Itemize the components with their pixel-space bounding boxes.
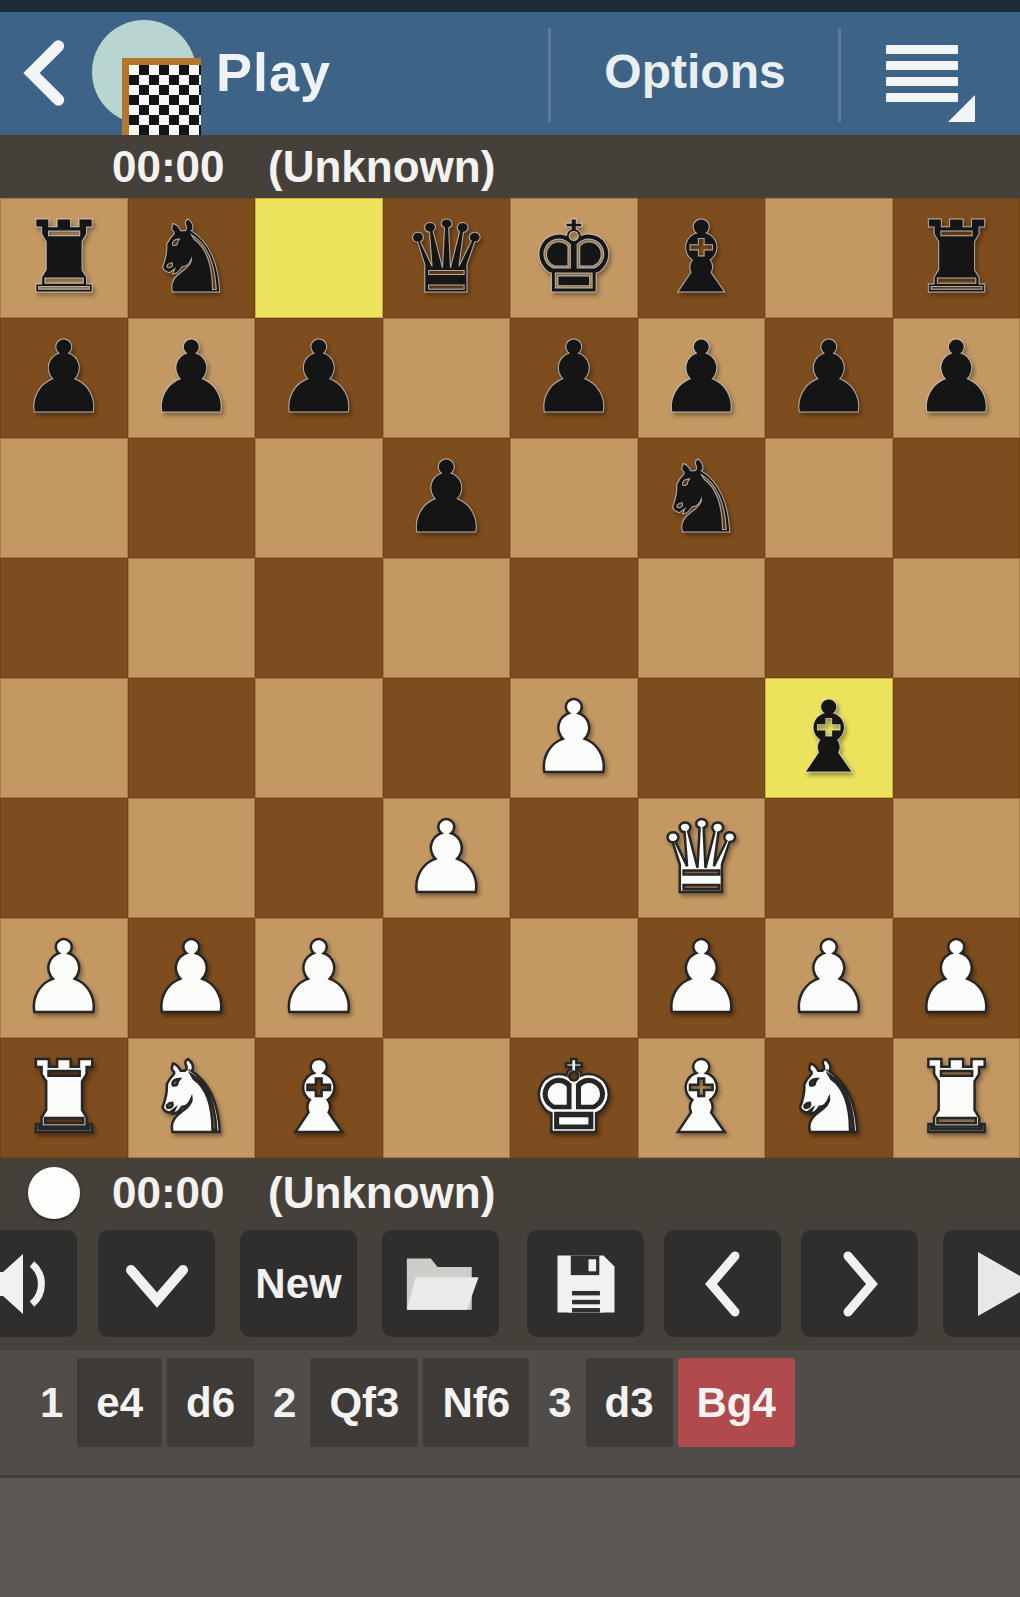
square-b1[interactable]: ♞ <box>128 1038 256 1158</box>
piece-white-knight: ♞ <box>784 1048 874 1148</box>
square-g4[interactable]: ♝ <box>765 678 893 798</box>
piece-black-bishop: ♝ <box>784 688 874 788</box>
piece-black-pawn: ♟ <box>529 328 619 428</box>
open-game-button[interactable] <box>382 1230 499 1337</box>
back-chevron-icon[interactable] <box>20 40 68 106</box>
square-b4[interactable] <box>128 678 256 798</box>
white-to-move-indicator <box>28 1167 80 1219</box>
play-icon <box>962 1244 1020 1324</box>
move-number-1: 1 <box>40 1358 63 1447</box>
square-f7[interactable]: ♟ <box>638 318 766 438</box>
piece-black-pawn: ♟ <box>911 328 1001 428</box>
piece-black-pawn: ♟ <box>146 328 236 428</box>
bottom-panel <box>0 1475 1020 1597</box>
white-player-clock-bar: 00:00 (Unknown) <box>0 1158 1020 1228</box>
piece-white-rook: ♜ <box>911 1048 1001 1148</box>
speaker-icon <box>0 1244 59 1324</box>
move-number-2: 2 <box>273 1358 296 1447</box>
square-a5[interactable] <box>0 558 128 678</box>
square-c5[interactable] <box>255 558 383 678</box>
square-c4[interactable] <box>255 678 383 798</box>
square-d1[interactable] <box>383 1038 511 1158</box>
black-player-name: (Unknown) <box>268 142 495 192</box>
square-h7[interactable]: ♟ <box>893 318 1020 438</box>
square-g1[interactable]: ♞ <box>765 1038 893 1158</box>
piece-black-pawn: ♟ <box>274 328 364 428</box>
checkerboard-logo-pattern <box>122 58 201 137</box>
square-a8[interactable]: ♜ <box>0 198 128 318</box>
square-a2[interactable]: ♟ <box>0 918 128 1038</box>
square-c8[interactable] <box>255 198 383 318</box>
square-f3[interactable]: ♛ <box>638 798 766 918</box>
square-a4[interactable] <box>0 678 128 798</box>
piece-white-king: ♚ <box>529 1048 619 1148</box>
square-d5[interactable] <box>383 558 511 678</box>
square-f6[interactable]: ♞ <box>638 438 766 558</box>
square-h4[interactable] <box>893 678 1020 798</box>
piece-black-pawn: ♟ <box>401 448 491 548</box>
square-e3[interactable] <box>510 798 638 918</box>
square-e4[interactable]: ♟ <box>510 678 638 798</box>
piece-black-pawn: ♟ <box>784 328 874 428</box>
square-g2[interactable]: ♟ <box>765 918 893 1038</box>
square-h2[interactable]: ♟ <box>893 918 1020 1038</box>
square-d4[interactable] <box>383 678 511 798</box>
piece-black-rook: ♜ <box>911 208 1001 308</box>
options-button[interactable]: Options <box>556 12 834 135</box>
square-g6[interactable] <box>765 438 893 558</box>
square-a1[interactable]: ♜ <box>0 1038 128 1158</box>
square-h5[interactable] <box>893 558 1020 678</box>
piece-black-king: ♚ <box>529 208 619 308</box>
square-f8[interactable]: ♝ <box>638 198 766 318</box>
page-title: Play <box>216 12 331 135</box>
piece-white-pawn: ♟ <box>656 928 746 1028</box>
piece-white-pawn: ♟ <box>274 928 364 1028</box>
app-bar: Play Options <box>0 12 1020 135</box>
square-e1[interactable]: ♚ <box>510 1038 638 1158</box>
square-c1[interactable]: ♝ <box>255 1038 383 1158</box>
piece-white-pawn: ♟ <box>146 928 236 1028</box>
square-f5[interactable] <box>638 558 766 678</box>
autoplay-button[interactable] <box>943 1230 1020 1337</box>
floppy-save-icon <box>548 1246 624 1322</box>
square-h6[interactable] <box>893 438 1020 558</box>
square-h8[interactable]: ♜ <box>893 198 1020 318</box>
square-g7[interactable]: ♟ <box>765 318 893 438</box>
save-game-button[interactable] <box>527 1230 644 1337</box>
square-h3[interactable] <box>893 798 1020 918</box>
square-g5[interactable] <box>765 558 893 678</box>
move-d3[interactable]: d3 <box>586 1358 673 1447</box>
square-d2[interactable] <box>383 918 511 1038</box>
app-bar-divider <box>548 28 551 122</box>
square-d7[interactable] <box>383 318 511 438</box>
square-c6[interactable] <box>255 438 383 558</box>
square-e2[interactable] <box>510 918 638 1038</box>
square-b8[interactable]: ♞ <box>128 198 256 318</box>
black-player-clock-bar: 00:00 (Unknown) <box>0 135 1020 198</box>
chevron-left-icon <box>693 1246 753 1322</box>
square-e8[interactable]: ♚ <box>510 198 638 318</box>
square-e7[interactable]: ♟ <box>510 318 638 438</box>
menu-corner-triangle <box>948 95 975 122</box>
move-Nf6[interactable]: Nf6 <box>423 1358 529 1447</box>
piece-black-knight: ♞ <box>146 208 236 308</box>
status-strip <box>0 0 1020 12</box>
white-clock-time: 00:00 <box>112 1168 225 1218</box>
game-toolbar: New <box>0 1228 1020 1350</box>
white-player-name: (Unknown) <box>268 1168 495 1218</box>
piece-black-queen: ♛ <box>401 208 491 308</box>
piece-black-pawn: ♟ <box>656 328 746 428</box>
overflow-menu-icon[interactable] <box>886 45 986 125</box>
square-b7[interactable]: ♟ <box>128 318 256 438</box>
piece-white-pawn: ♟ <box>911 928 1001 1028</box>
piece-black-pawn: ♟ <box>19 328 109 428</box>
square-h1[interactable]: ♜ <box>893 1038 1020 1158</box>
square-e5[interactable] <box>510 558 638 678</box>
move-Qf3[interactable]: Qf3 <box>310 1358 418 1447</box>
piece-white-pawn: ♟ <box>401 808 491 908</box>
piece-black-bishop: ♝ <box>656 208 746 308</box>
square-a3[interactable] <box>0 798 128 918</box>
piece-black-rook: ♜ <box>19 208 109 308</box>
square-f1[interactable]: ♝ <box>638 1038 766 1158</box>
move-number-3: 3 <box>548 1358 571 1447</box>
new-game-label: New <box>255 1260 341 1308</box>
piece-white-knight: ♞ <box>146 1048 236 1148</box>
chess-board[interactable]: ♜♞♛♚♝♜♟♟♟♟♟♟♟♟♞♟♝♟♛♟♟♟♟♟♟♜♞♝♚♝♞♜ <box>0 198 1020 1158</box>
app-logo-icon <box>92 20 196 124</box>
black-clock-time: 00:00 <box>112 142 225 192</box>
sound-button[interactable] <box>0 1230 77 1337</box>
chess-app-screen: Play Options 00:00 (Unknown) ♜♞♛♚♝♜♟♟♟♟♟… <box>0 0 1020 1597</box>
move-Bg4-current[interactable]: Bg4 <box>678 1358 795 1447</box>
square-c7[interactable]: ♟ <box>255 318 383 438</box>
step-forward-button[interactable] <box>801 1230 918 1337</box>
square-b5[interactable] <box>128 558 256 678</box>
move-e4[interactable]: e4 <box>77 1358 162 1447</box>
square-f2[interactable]: ♟ <box>638 918 766 1038</box>
move-list: 1e4d62Qf3Nf63d3Bg4 <box>0 1350 1020 1475</box>
square-b2[interactable]: ♟ <box>128 918 256 1038</box>
new-game-button[interactable]: New <box>240 1230 357 1337</box>
square-d8[interactable]: ♛ <box>383 198 511 318</box>
move-d6[interactable]: d6 <box>167 1358 254 1447</box>
piece-white-pawn: ♟ <box>784 928 874 1028</box>
square-b3[interactable] <box>128 798 256 918</box>
chevron-right-icon <box>830 1246 890 1322</box>
chevron-down-icon <box>117 1254 197 1314</box>
piece-white-pawn: ♟ <box>19 928 109 1028</box>
square-g3[interactable] <box>765 798 893 918</box>
piece-white-pawn: ♟ <box>529 688 619 788</box>
square-e6[interactable] <box>510 438 638 558</box>
square-a6[interactable] <box>0 438 128 558</box>
square-g8[interactable] <box>765 198 893 318</box>
collapse-button[interactable] <box>98 1230 215 1337</box>
open-folder-icon <box>400 1248 482 1320</box>
piece-white-bishop: ♝ <box>274 1048 364 1148</box>
square-b6[interactable] <box>128 438 256 558</box>
piece-white-bishop: ♝ <box>656 1048 746 1148</box>
piece-white-queen: ♛ <box>656 808 746 908</box>
square-c3[interactable] <box>255 798 383 918</box>
square-f4[interactable] <box>638 678 766 798</box>
piece-black-knight: ♞ <box>656 448 746 548</box>
piece-white-rook: ♜ <box>19 1048 109 1148</box>
square-a7[interactable]: ♟ <box>0 318 128 438</box>
step-back-button[interactable] <box>664 1230 781 1337</box>
square-d3[interactable]: ♟ <box>383 798 511 918</box>
app-bar-divider <box>838 28 841 122</box>
square-c2[interactable]: ♟ <box>255 918 383 1038</box>
square-d6[interactable]: ♟ <box>383 438 511 558</box>
